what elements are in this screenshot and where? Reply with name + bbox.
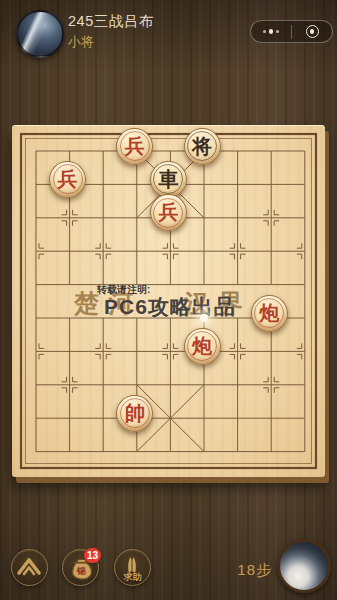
bag-badge: 13	[84, 548, 101, 563]
rank-subtitle: 小将	[68, 33, 94, 51]
level-title: 245三战吕布	[68, 12, 154, 31]
piece-兵[interactable]: 兵	[116, 128, 153, 165]
piece-炮[interactable]: 炮	[184, 328, 221, 365]
xiangqi-board[interactable]: 楚河 汉界 转载请注明: PC6攻略出品 兵将兵車兵炮炮帥	[12, 125, 325, 477]
piece-帥[interactable]: 帥	[116, 395, 153, 432]
miniprogram-capsule	[250, 20, 333, 43]
piece-炮[interactable]: 炮	[251, 295, 288, 332]
app-screen: 245三战吕布 小将 楚河 汉界 转载请注明: PC6攻略出品 兵将兵車兵炮炮帥	[0, 0, 337, 600]
watermark-line2: PC6攻略出品	[104, 293, 236, 321]
ask-help-button[interactable]: 求助	[114, 549, 151, 586]
move-highlight-dot	[199, 313, 209, 323]
piece-兵[interactable]: 兵	[150, 194, 187, 231]
close-target-icon	[306, 25, 319, 38]
more-menu-button[interactable]	[251, 21, 291, 42]
more-dots-icon	[276, 30, 279, 33]
chevron-up-icon	[12, 550, 46, 584]
close-button[interactable]	[292, 21, 332, 42]
piece-兵[interactable]: 兵	[49, 161, 86, 198]
piece-将[interactable]: 将	[184, 128, 221, 165]
help-label: 求助	[115, 571, 150, 584]
step-counter: 18步	[237, 561, 272, 580]
piece-車[interactable]: 車	[150, 161, 187, 198]
svg-text:锦: 锦	[76, 566, 86, 576]
opponent-avatar	[277, 539, 331, 593]
more-dots-icon	[263, 30, 266, 33]
collapse-button[interactable]	[11, 549, 48, 586]
player-avatar	[16, 10, 64, 58]
more-dots-icon	[269, 29, 274, 34]
